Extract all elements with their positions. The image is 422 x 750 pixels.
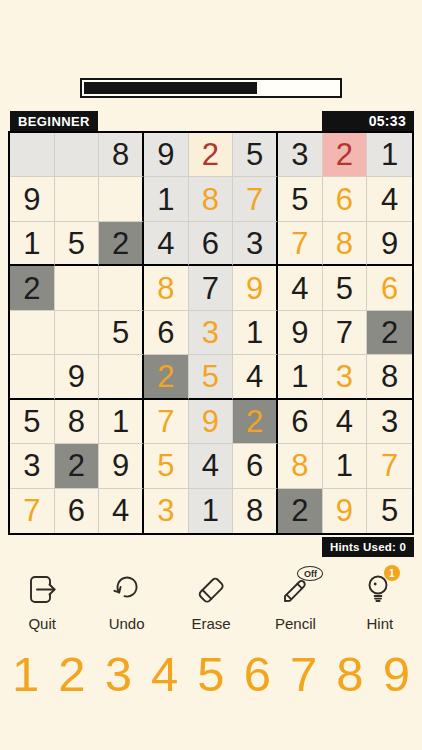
cell-r6c6[interactable]: 4	[233, 355, 278, 399]
cell-r9c9[interactable]: 5	[367, 489, 412, 533]
cell-r9c7[interactable]: 2	[278, 489, 323, 533]
cell-r1c8[interactable]: 2	[323, 133, 368, 177]
numpad-5[interactable]: 5	[197, 646, 224, 702]
cell-r4c1[interactable]: 2	[10, 266, 55, 310]
hint-label: Hint	[366, 615, 393, 632]
cell-r1c2[interactable]	[55, 133, 100, 177]
cell-r2c7[interactable]: 5	[278, 177, 323, 221]
cell-r8c4[interactable]: 5	[144, 444, 189, 488]
cell-r8c1[interactable]: 3	[10, 444, 55, 488]
cell-r5c8[interactable]: 7	[323, 311, 368, 355]
cell-r8c8[interactable]: 1	[323, 444, 368, 488]
cell-r6c5[interactable]: 5	[189, 355, 234, 399]
cell-r9c2[interactable]: 6	[55, 489, 100, 533]
cell-r6c7[interactable]: 1	[278, 355, 323, 399]
cell-r1c1[interactable]	[10, 133, 55, 177]
numpad-1[interactable]: 1	[12, 646, 39, 702]
toolbar: Quit Undo Erase	[0, 570, 422, 632]
cell-r5c3[interactable]: 5	[99, 311, 144, 355]
erase-button[interactable]: Erase	[169, 570, 253, 632]
cell-r3c6[interactable]: 3	[233, 222, 278, 266]
cell-r6c3[interactable]	[99, 355, 144, 399]
cell-r8c7[interactable]: 8	[278, 444, 323, 488]
cell-r1c7[interactable]: 3	[278, 133, 323, 177]
cell-r2c3[interactable]	[99, 177, 144, 221]
pencil-button[interactable]: Off Pencil	[253, 570, 337, 632]
cell-r6c1[interactable]	[10, 355, 55, 399]
cell-r4c3[interactable]	[99, 266, 144, 310]
numpad-4[interactable]: 4	[151, 646, 178, 702]
cell-r5c5[interactable]: 3	[189, 311, 234, 355]
cell-r9c6[interactable]: 8	[233, 489, 278, 533]
number-pad: 123456789	[0, 646, 422, 702]
hint-button[interactable]: 1 Hint	[338, 570, 422, 632]
timer-badge: 05:33	[322, 111, 414, 131]
undo-label: Undo	[109, 615, 145, 632]
cell-r2c4[interactable]: 1	[144, 177, 189, 221]
cell-r2c5[interactable]: 8	[189, 177, 234, 221]
cell-r3c7[interactable]: 7	[278, 222, 323, 266]
cell-r6c4[interactable]: 2	[144, 355, 189, 399]
cell-r7c5[interactable]: 9	[189, 400, 234, 444]
cell-r2c6[interactable]: 7	[233, 177, 278, 221]
numpad-7[interactable]: 7	[290, 646, 317, 702]
cell-r5c2[interactable]	[55, 311, 100, 355]
cell-r5c4[interactable]: 6	[144, 311, 189, 355]
cell-r8c3[interactable]: 9	[99, 444, 144, 488]
sudoku-app: BEGINNER 05:33 8925321918756415246378928…	[0, 0, 422, 750]
quit-button[interactable]: Quit	[0, 570, 84, 632]
erase-label: Erase	[191, 615, 230, 632]
cell-r7c8[interactable]: 4	[323, 400, 368, 444]
cell-r4c6[interactable]: 9	[233, 266, 278, 310]
cell-r4c2[interactable]	[55, 266, 100, 310]
cell-r8c2[interactable]: 2	[55, 444, 100, 488]
numpad-2[interactable]: 2	[58, 646, 85, 702]
cell-r7c7[interactable]: 6	[278, 400, 323, 444]
cell-r5c6[interactable]: 1	[233, 311, 278, 355]
quit-label: Quit	[28, 615, 56, 632]
cell-r4c7[interactable]: 4	[278, 266, 323, 310]
hints-used-badge: Hints Used: 0	[322, 537, 414, 557]
cell-r9c3[interactable]: 4	[99, 489, 144, 533]
cell-r7c9[interactable]: 3	[367, 400, 412, 444]
pencil-label: Pencil	[275, 615, 316, 632]
cell-r1c5[interactable]: 2	[189, 133, 234, 177]
cell-r3c8[interactable]: 8	[323, 222, 368, 266]
cell-r4c8[interactable]: 5	[323, 266, 368, 310]
cell-r3c9[interactable]: 9	[367, 222, 412, 266]
cell-r3c5[interactable]: 6	[189, 222, 234, 266]
cell-r8c6[interactable]: 6	[233, 444, 278, 488]
undo-button[interactable]: Undo	[84, 570, 168, 632]
pencil-off-badge: Off	[297, 566, 323, 581]
cell-r2c1[interactable]: 9	[10, 177, 55, 221]
cell-r6c9[interactable]: 8	[367, 355, 412, 399]
cell-r5c1[interactable]	[10, 311, 55, 355]
numpad-8[interactable]: 8	[336, 646, 363, 702]
undo-icon	[107, 570, 147, 610]
progress-bar-fill	[84, 82, 257, 94]
quit-icon	[22, 570, 62, 610]
cell-r4c9[interactable]: 6	[367, 266, 412, 310]
cell-r3c1[interactable]: 1	[10, 222, 55, 266]
cell-r5c7[interactable]: 9	[278, 311, 323, 355]
sudoku-board: 8925321918756415246378928794565631972925…	[8, 131, 414, 535]
cell-r9c1[interactable]: 7	[10, 489, 55, 533]
cell-r2c9[interactable]: 4	[367, 177, 412, 221]
numpad-3[interactable]: 3	[105, 646, 132, 702]
cell-r6c2[interactable]: 9	[55, 355, 100, 399]
cell-r3c3[interactable]: 2	[99, 222, 144, 266]
cell-r2c8[interactable]: 6	[323, 177, 368, 221]
cell-r9c8[interactable]: 9	[323, 489, 368, 533]
cell-r7c1[interactable]: 5	[10, 400, 55, 444]
cell-r3c4[interactable]: 4	[144, 222, 189, 266]
cell-r5c9[interactable]: 2	[367, 311, 412, 355]
cell-r8c5[interactable]: 4	[189, 444, 234, 488]
progress-bar	[80, 78, 342, 98]
cell-r9c4[interactable]: 3	[144, 489, 189, 533]
cell-r1c4[interactable]: 9	[144, 133, 189, 177]
numpad-9[interactable]: 9	[383, 646, 410, 702]
difficulty-badge: BEGINNER	[10, 111, 98, 131]
cell-r1c9[interactable]: 1	[367, 133, 412, 177]
cell-r2c2[interactable]	[55, 177, 100, 221]
cell-r7c6[interactable]: 2	[233, 400, 278, 444]
eraser-icon	[191, 570, 231, 610]
cell-r4c5[interactable]: 7	[189, 266, 234, 310]
hint-count-badge: 1	[384, 565, 400, 581]
cell-r9c5[interactable]: 1	[189, 489, 234, 533]
cell-r7c3[interactable]: 1	[99, 400, 144, 444]
cell-r1c6[interactable]: 5	[233, 133, 278, 177]
cell-r7c4[interactable]: 7	[144, 400, 189, 444]
cell-r3c2[interactable]: 5	[55, 222, 100, 266]
cell-r6c8[interactable]: 3	[323, 355, 368, 399]
cell-r7c2[interactable]: 8	[55, 400, 100, 444]
pencil-icon: Off	[275, 570, 315, 610]
cell-r1c3[interactable]: 8	[99, 133, 144, 177]
lightbulb-icon: 1	[360, 570, 400, 610]
cell-r4c4[interactable]: 8	[144, 266, 189, 310]
numpad-6[interactable]: 6	[244, 646, 271, 702]
cell-r8c9[interactable]: 7	[367, 444, 412, 488]
